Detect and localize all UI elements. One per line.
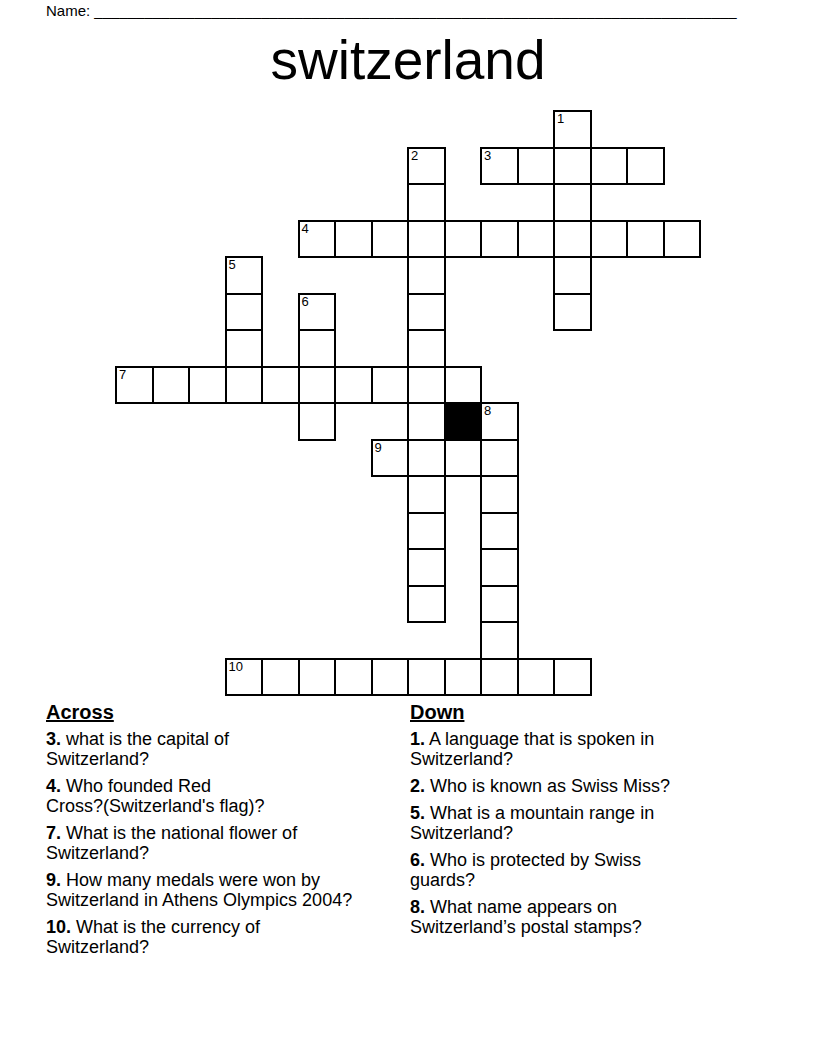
grid-cell[interactable] [261,658,300,697]
clue-number-label: 9. [46,870,61,890]
clue-item: 6. Who is protected by Swissguards? [410,850,788,890]
grid-cell[interactable] [407,475,446,514]
cell-number: 6 [302,295,309,309]
clue-number-label: 4. [46,776,61,796]
grid-cell[interactable] [298,329,337,368]
cell-number: 5 [229,258,236,272]
grid-cell[interactable] [334,220,373,259]
grid-cell[interactable] [444,439,483,478]
grid-cell[interactable] [480,439,519,478]
name-label: Name: [46,2,90,19]
cell-number: 4 [302,222,309,236]
grid-cell[interactable] [334,366,373,405]
grid-cell[interactable]: 10 [225,658,264,697]
cell-number: 10 [229,660,243,674]
grid-cell[interactable]: 4 [298,220,337,259]
grid-cell[interactable] [480,512,519,551]
clue-number-label: 7. [46,823,61,843]
grid-cell[interactable] [480,621,519,660]
grid-cell[interactable] [407,293,446,332]
grid-cell[interactable] [444,220,483,259]
grid-cell[interactable] [626,147,665,186]
grid-cell[interactable] [517,147,556,186]
across-clue-list: 3. what is the capital ofSwitzerland?4. … [46,729,408,957]
grid-cell[interactable] [407,220,446,259]
grid-cell[interactable] [407,512,446,551]
grid-cell[interactable] [261,366,300,405]
grid-cell[interactable]: 3 [480,147,519,186]
grid-cell[interactable] [444,366,483,405]
cell-number: 3 [484,149,491,163]
grid-cell[interactable] [553,183,592,222]
clue-number-label: 5. [410,803,425,823]
grid-cell[interactable] [225,293,264,332]
grid-cell[interactable] [407,658,446,697]
across-header: Across [46,701,408,723]
grid-cell[interactable] [334,658,373,697]
grid-cell[interactable] [188,366,227,405]
grid-cell[interactable]: 2 [407,147,446,186]
grid-cell[interactable]: 6 [298,293,337,332]
grid-cell[interactable] [553,658,592,697]
clue-item: 5. What is a mountain range inSwitzerlan… [410,803,788,843]
grid-cell[interactable] [371,366,410,405]
grid-cell[interactable] [407,329,446,368]
grid-cell[interactable] [298,366,337,405]
clue-item: 8. What name appears onSwitzerland’s pos… [410,897,788,937]
clue-item: 7. What is the national flower ofSwitzer… [46,823,408,863]
grid-cell[interactable] [553,293,592,332]
grid-cell[interactable] [553,256,592,295]
grid-cell[interactable]: 7 [115,366,154,405]
name-blank-line: ________________________________________… [94,2,736,19]
grid-cell[interactable] [371,658,410,697]
clue-item: 4. Who founded RedCross?(Switzerland's f… [46,776,408,816]
grid-cell[interactable] [407,439,446,478]
clue-number-label: 3. [46,729,61,749]
cell-number: 7 [119,368,126,382]
grid-cell[interactable]: 5 [225,256,264,295]
grid-cell[interactable] [407,585,446,624]
grid-cell[interactable] [590,220,629,259]
grid-cell[interactable] [152,366,191,405]
clue-number-label: 2. [410,776,425,796]
grid-cell[interactable] [407,366,446,405]
down-clues-section: Down 1. A language that is spoken inSwit… [410,701,788,944]
puzzle-title: switzerland [0,33,816,88]
grid-cell[interactable] [517,220,556,259]
grid-cell[interactable] [480,658,519,697]
across-clues-section: Across 3. what is the capital ofSwitzerl… [46,701,408,964]
grid-cell[interactable] [444,658,483,697]
grid-cell[interactable] [626,220,665,259]
grid-cell[interactable] [480,585,519,624]
grid-cell[interactable]: 1 [553,110,592,149]
name-row: Name: __________________________________… [46,3,737,19]
grid-cell[interactable] [225,329,264,368]
clue-number-label: 1. [410,729,425,749]
clue-item: 1. A language that is spoken inSwitzerla… [410,729,788,769]
grid-cell[interactable] [553,220,592,259]
grid-cell[interactable] [590,147,629,186]
black-cell [444,402,483,441]
grid-cell[interactable]: 9 [371,439,410,478]
cell-number: 9 [375,441,382,455]
grid-cell[interactable]: 8 [480,402,519,441]
cell-number: 2 [411,149,418,163]
grid-cell[interactable] [663,220,702,259]
clue-item: 9. How many medals were won bySwitzerlan… [46,870,408,910]
grid-cell[interactable] [553,147,592,186]
crossword-grid: 12345678910 [115,110,701,696]
grid-cell[interactable] [298,658,337,697]
down-header: Down [410,701,788,723]
cell-number: 8 [484,404,491,418]
clue-number-label: 10. [46,917,71,937]
cell-number: 1 [557,112,564,126]
clue-item: 10. What is the currency ofSwitzerland? [46,917,408,957]
grid-cell[interactable] [480,548,519,587]
grid-cell[interactable] [407,183,446,222]
clue-number-label: 8. [410,897,425,917]
grid-cell[interactable] [407,548,446,587]
grid-cell[interactable] [407,256,446,295]
clue-number-label: 6. [410,850,425,870]
grid-cell[interactable] [517,658,556,697]
down-clue-list: 1. A language that is spoken inSwitzerla… [410,729,788,937]
grid-cell[interactable] [298,402,337,441]
grid-cell[interactable] [225,366,264,405]
grid-cell[interactable] [480,220,519,259]
grid-cell[interactable] [371,220,410,259]
grid-cell[interactable] [407,402,446,441]
clue-item: 2. Who is known as Swiss Miss? [410,776,788,796]
grid-cell[interactable] [480,475,519,514]
clue-item: 3. what is the capital ofSwitzerland? [46,729,408,769]
